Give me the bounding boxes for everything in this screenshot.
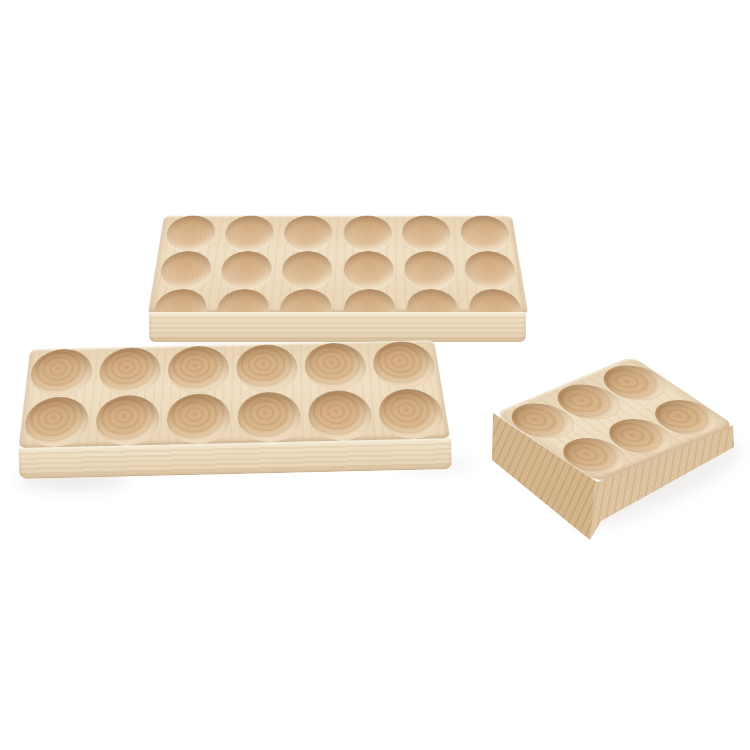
pit-medium-12-r2c5 — [307, 390, 375, 441]
pit-medium-12-r1c4 — [236, 344, 299, 392]
pit-medium-12-r2c3 — [166, 393, 230, 444]
pit-medium-12-r1c3 — [168, 345, 230, 393]
pit-large-18-r1c3 — [283, 216, 332, 251]
board-18-pit-grid — [148, 216, 528, 313]
pit-large-18-r1c1 — [164, 216, 217, 251]
pit-medium-12-r2c2 — [94, 394, 159, 446]
pit-large-18-r1c4 — [343, 216, 392, 251]
board-12-pit-top-face — [18, 340, 450, 448]
pit-medium-12-r2c1 — [22, 396, 90, 448]
pit-medium-12-r1c1 — [28, 348, 93, 396]
pit-large-18-r2c1 — [157, 251, 212, 289]
pit-large-18-r2c6 — [463, 251, 518, 289]
pit-medium-12-r1c5 — [303, 342, 368, 390]
pit-large-18-r2c2 — [219, 251, 272, 289]
pit-medium-12-r1c2 — [98, 347, 161, 395]
board-12-pit-tray — [14, 330, 457, 488]
board-12-pit-grid — [18, 340, 450, 448]
pit-large-18-r2c3 — [282, 251, 333, 289]
pit-medium-12-r1c6 — [371, 341, 438, 389]
pit-large-18-r2c5 — [403, 251, 456, 289]
pit-large-18-r1c2 — [223, 216, 274, 251]
product-photo-scene — [0, 0, 750, 750]
board-18-pit-top-face — [148, 216, 528, 313]
pit-large-18-r1c5 — [401, 216, 452, 251]
pit-large-18-r1c6 — [459, 216, 512, 251]
pit-medium-12-r2c4 — [237, 391, 302, 442]
pit-large-18-r2c4 — [343, 251, 394, 289]
pit-medium-12-r2c6 — [376, 388, 446, 439]
